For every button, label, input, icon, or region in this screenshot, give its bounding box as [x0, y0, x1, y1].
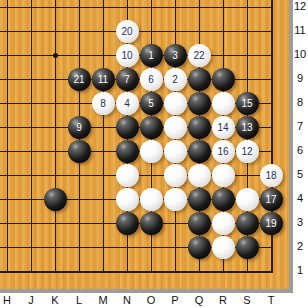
white-stone-S4: [236, 188, 259, 211]
black-stone-Q9: [188, 68, 211, 91]
grid-line: [55, 0, 56, 273]
grid-line: [0, 7, 273, 8]
white-stone-R8: [212, 92, 235, 115]
black-stone-R4: [212, 188, 235, 211]
white-stone-R6: 16: [212, 140, 235, 163]
white-stone-P5: [164, 164, 187, 187]
grid-line: [7, 0, 8, 273]
black-stone-O8: 5: [140, 92, 163, 115]
white-stone-N5: [116, 164, 139, 187]
move-number: 9: [68, 116, 91, 139]
black-stone-N7: [116, 116, 139, 139]
move-number: 6: [140, 68, 163, 91]
white-stone-R5: [212, 164, 235, 187]
move-number: 22: [188, 44, 211, 67]
black-stone-T4: 17: [260, 188, 283, 211]
row-label-7: 7: [292, 119, 308, 134]
white-stone-N11: 20: [116, 20, 139, 43]
black-stone-N3: [116, 212, 139, 235]
row-label-2: 2: [292, 239, 308, 254]
move-number: 13: [236, 116, 259, 139]
white-stone-R3: [212, 212, 235, 235]
white-stone-O4: [140, 188, 163, 211]
grid-line: [103, 0, 104, 273]
move-number: 12: [236, 140, 259, 163]
column-label-O: O: [142, 292, 160, 308]
black-stone-K4: [44, 188, 67, 211]
row-label-12: 12: [292, 0, 308, 14]
black-stone-M9: 11: [92, 68, 115, 91]
black-stone-Q7: [188, 116, 211, 139]
column-label-R: R: [214, 292, 232, 308]
column-label-L: L: [70, 292, 88, 308]
go-diagram: 20101322211176284515914131612181719 HJKL…: [0, 0, 308, 308]
move-number: 14: [212, 116, 235, 139]
white-stone-R2: [212, 236, 235, 259]
white-stone-P8: [164, 92, 187, 115]
black-stone-S8: 15: [236, 92, 259, 115]
white-stone-P4: [164, 188, 187, 211]
black-stone-O10: 1: [140, 44, 163, 67]
grid-line: [0, 271, 273, 273]
white-stone-N8: 4: [116, 92, 139, 115]
move-number: 15: [236, 92, 259, 115]
go-board[interactable]: 20101322211176284515914131612181719: [0, 0, 289, 289]
move-number: 8: [92, 92, 115, 115]
grid-line: [31, 0, 32, 273]
move-number: 20: [116, 20, 139, 43]
white-stone-N4: [116, 188, 139, 211]
black-stone-O7: [140, 116, 163, 139]
row-label-3: 3: [292, 215, 308, 230]
move-number: 10: [116, 44, 139, 67]
white-stone-O6: [140, 140, 163, 163]
black-stone-O3: [140, 212, 163, 235]
white-stone-P7: [164, 116, 187, 139]
black-stone-Q3: [188, 212, 211, 235]
black-stone-L7: 9: [68, 116, 91, 139]
move-number: 1: [140, 44, 163, 67]
column-label-P: P: [166, 292, 184, 308]
row-label-1: 1: [292, 263, 308, 278]
white-stone-P6: [164, 140, 187, 163]
row-label-10: 10: [292, 47, 308, 62]
move-number: 7: [116, 68, 139, 91]
row-label-6: 6: [292, 143, 308, 158]
column-label-M: M: [94, 292, 112, 308]
star-point-K10: [53, 53, 58, 58]
black-stone-Q4: [188, 188, 211, 211]
black-stone-P10: 3: [164, 44, 187, 67]
black-stone-Q8: [188, 92, 211, 115]
white-stone-S6: 12: [236, 140, 259, 163]
move-number: 2: [164, 68, 187, 91]
black-stone-N9: 7: [116, 68, 139, 91]
column-label-T: T: [262, 292, 280, 308]
white-stone-Q5: [188, 164, 211, 187]
black-stone-R9: [212, 68, 235, 91]
row-label-11: 11: [292, 23, 308, 38]
column-label-S: S: [238, 292, 256, 308]
black-stone-S7: 13: [236, 116, 259, 139]
black-stone-T3: 19: [260, 212, 283, 235]
row-label-8: 8: [292, 95, 308, 110]
black-stone-S3: [236, 212, 259, 235]
row-label-9: 9: [292, 71, 308, 86]
black-stone-N6: [116, 140, 139, 163]
white-stone-N10: 10: [116, 44, 139, 67]
move-number: 18: [260, 164, 283, 187]
column-label-J: J: [22, 292, 40, 308]
column-label-N: N: [118, 292, 136, 308]
column-label-H: H: [0, 292, 16, 308]
white-stone-O9: 6: [140, 68, 163, 91]
white-stone-Q10: 22: [188, 44, 211, 67]
black-stone-Q2: [188, 236, 211, 259]
move-number: 21: [68, 68, 91, 91]
black-stone-Q6: [188, 140, 211, 163]
row-label-4: 4: [292, 191, 308, 206]
column-label-Q: Q: [190, 292, 208, 308]
move-number: 17: [260, 188, 283, 211]
column-label-K: K: [46, 292, 64, 308]
white-stone-P9: 2: [164, 68, 187, 91]
move-number: 4: [116, 92, 139, 115]
move-number: 3: [164, 44, 187, 67]
black-stone-L9: 21: [68, 68, 91, 91]
white-stone-R7: 14: [212, 116, 235, 139]
black-stone-S2: [236, 236, 259, 259]
move-number: 19: [260, 212, 283, 235]
white-stone-M8: 8: [92, 92, 115, 115]
row-label-5: 5: [292, 167, 308, 182]
move-number: 5: [140, 92, 163, 115]
black-stone-L6: [68, 140, 91, 163]
move-number: 16: [212, 140, 235, 163]
move-number: 11: [92, 68, 115, 91]
white-stone-T5: 18: [260, 164, 283, 187]
